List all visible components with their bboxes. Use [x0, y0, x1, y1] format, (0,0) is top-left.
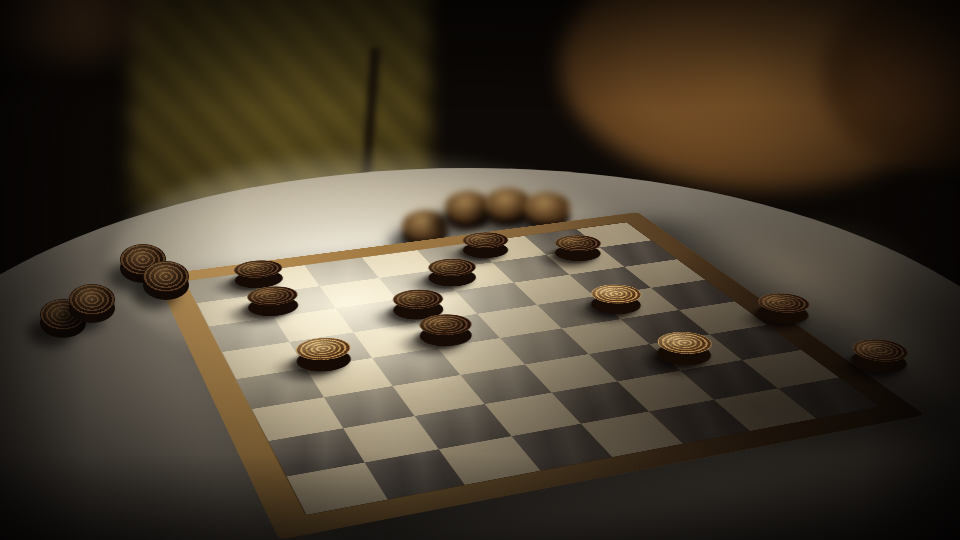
board-cell[interactable]	[252, 397, 343, 441]
board-cell[interactable]	[460, 364, 552, 404]
board-cell[interactable]	[287, 462, 388, 514]
board-cell[interactable]	[742, 350, 839, 388]
board-cell[interactable]	[236, 368, 323, 408]
board-cell[interactable]	[648, 400, 750, 444]
piece-top-rings	[143, 261, 189, 292]
scene: ⛂⛂⛂⛂⛂⛂⛀⛂⛀⛂⛀⛂	[0, 0, 960, 540]
piece-top-rings	[402, 210, 448, 241]
board-cell[interactable]	[323, 386, 414, 429]
board-cell[interactable]	[372, 348, 460, 386]
board-cell[interactable]	[777, 377, 879, 418]
board-cell[interactable]	[714, 388, 816, 431]
board-cell[interactable]	[222, 342, 305, 379]
piece-top-rings	[524, 192, 570, 223]
board-cell[interactable]	[364, 449, 465, 500]
board-cell[interactable]	[343, 416, 439, 462]
board-cell[interactable]	[617, 371, 714, 412]
board-cell[interactable]	[525, 354, 617, 393]
board-cell[interactable]	[484, 393, 580, 436]
board-cell[interactable]	[511, 423, 613, 470]
board-cell[interactable]	[268, 428, 364, 476]
board-cell[interactable]	[392, 375, 484, 416]
table-checker-piece[interactable]	[143, 261, 189, 301]
table-checker-piece[interactable]	[69, 284, 115, 324]
piece-top-rings	[69, 284, 115, 315]
board-cell[interactable]	[552, 381, 649, 423]
board-cell[interactable]	[581, 411, 683, 457]
board-cell[interactable]	[439, 436, 540, 485]
board-cell[interactable]	[415, 404, 511, 449]
